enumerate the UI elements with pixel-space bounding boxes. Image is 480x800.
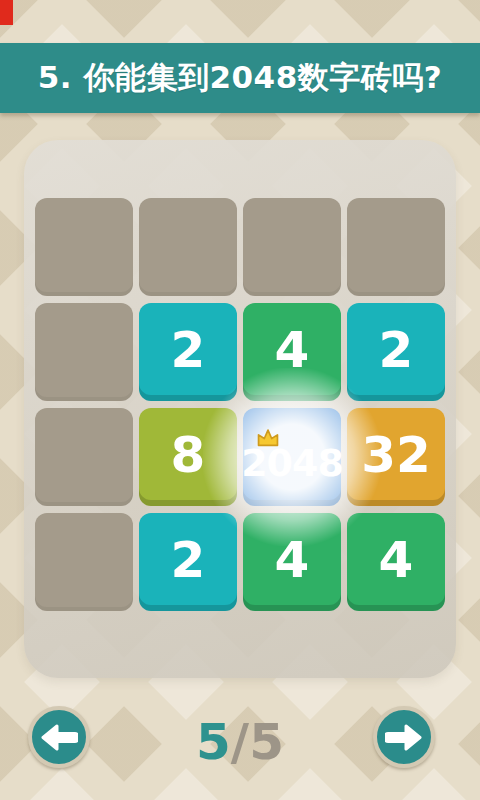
tile-value: 2 [379,325,414,375]
empty-cell [35,198,133,296]
tile-8: 8 [139,408,237,506]
tile-4: 4 [243,513,341,611]
next-page-button[interactable] [373,706,435,768]
empty-cell [35,303,133,401]
total-pages: 5 [249,713,284,771]
tile-2: 2 [139,513,237,611]
tile-value: 2 [171,535,206,585]
empty-cell [35,513,133,611]
arrow-left-icon [40,724,78,751]
empty-cell [243,198,341,296]
tutorial-screen: { "game": "2048", "position": "0,0,0,0 /… [0,0,480,800]
page-title: 5. 你能集到2048数字砖吗? [38,57,442,99]
empty-cell [139,198,237,296]
arrow-right-icon [385,724,423,751]
tile-value: 4 [379,535,414,585]
tile-32: 32 [347,408,445,506]
tile-2: 2 [139,303,237,401]
tile-value: 32 [361,430,431,480]
tile-4: 4 [243,303,341,401]
recording-indicator [0,0,13,25]
tile-2048: 2048 [243,408,341,506]
tile-value: 4 [275,325,310,375]
tile-value: 4 [275,535,310,585]
game-board[interactable]: 2428204832244 [24,140,456,678]
empty-cell [347,198,445,296]
tile-grid: 2428204832244 [24,140,456,611]
prev-page-button[interactable] [28,706,90,768]
page-separator: / [231,713,249,771]
tile-2: 2 [347,303,445,401]
current-page: 5 [196,713,231,771]
header-bar: 5. 你能集到2048数字砖吗? [0,43,480,113]
tile-value: 2 [171,325,206,375]
tile-value: 2048 [241,444,343,482]
crown-icon [256,428,280,448]
tile-value: 8 [171,430,206,480]
tile-4: 4 [347,513,445,611]
empty-cell [35,408,133,506]
